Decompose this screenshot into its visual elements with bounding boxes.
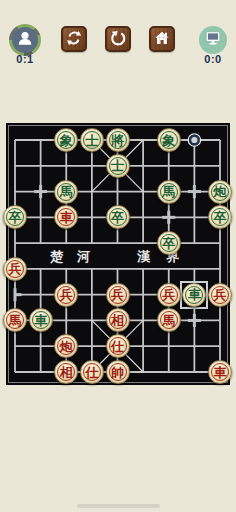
xiangqi-piece-green-馬[interactable]: 馬 bbox=[157, 180, 181, 204]
swap-sides-button[interactable] bbox=[61, 26, 87, 52]
piece-character: 馬 bbox=[158, 309, 180, 331]
piece-character: 車 bbox=[30, 309, 52, 331]
xiangqi-piece-green-象[interactable]: 象 bbox=[157, 128, 181, 152]
svg-text:河: 河 bbox=[76, 249, 90, 264]
piece-character: 卒 bbox=[4, 206, 26, 228]
piece-character: 象 bbox=[158, 129, 180, 151]
person-icon bbox=[15, 28, 35, 52]
xiangqi-piece-red-帥[interactable]: 帥 bbox=[106, 360, 130, 384]
piece-character: 馬 bbox=[4, 309, 26, 331]
home-button[interactable] bbox=[149, 26, 175, 52]
piece-character: 車 bbox=[183, 284, 205, 306]
xiangqi-board[interactable]: 楚河漢界象士將象士馬馬炮卒車卒卒卒兵兵兵兵車兵馬車相馬炮仕相仕帥車 bbox=[6, 123, 230, 385]
player-avatar[interactable] bbox=[9, 24, 41, 56]
home-icon bbox=[153, 29, 171, 50]
xiangqi-piece-red-炮[interactable]: 炮 bbox=[54, 334, 78, 358]
xiangqi-piece-red-兵[interactable]: 兵 bbox=[106, 283, 130, 307]
ai-avatar[interactable] bbox=[199, 26, 227, 54]
sync-arrows-icon bbox=[65, 29, 83, 50]
xiangqi-piece-green-卒[interactable]: 卒 bbox=[3, 205, 27, 229]
xiangqi-piece-red-相[interactable]: 相 bbox=[54, 360, 78, 384]
xiangqi-piece-green-象[interactable]: 象 bbox=[54, 128, 78, 152]
xiangqi-app: 0:1 bbox=[0, 0, 236, 512]
computer-icon bbox=[203, 28, 223, 52]
piece-character: 馬 bbox=[55, 181, 77, 203]
piece-character: 馬 bbox=[158, 181, 180, 203]
piece-character: 車 bbox=[55, 206, 77, 228]
ai-score: 0:0 bbox=[188, 53, 236, 65]
xiangqi-piece-green-卒[interactable]: 卒 bbox=[208, 205, 232, 229]
xiangqi-piece-green-車[interactable]: 車 bbox=[29, 308, 53, 332]
undo-arrow-icon bbox=[109, 29, 127, 50]
piece-character: 卒 bbox=[107, 206, 129, 228]
piece-character: 將 bbox=[107, 129, 129, 151]
xiangqi-piece-red-馬[interactable]: 馬 bbox=[157, 308, 181, 332]
piece-character: 仕 bbox=[107, 335, 129, 357]
piece-character: 兵 bbox=[4, 258, 26, 280]
piece-character: 象 bbox=[55, 129, 77, 151]
piece-character: 兵 bbox=[107, 284, 129, 306]
player-avatar-circle bbox=[12, 27, 38, 53]
xiangqi-piece-red-仕[interactable]: 仕 bbox=[80, 360, 104, 384]
xiangqi-piece-green-車[interactable]: 車 bbox=[182, 283, 206, 307]
piece-character: 士 bbox=[107, 155, 129, 177]
xiangqi-piece-green-馬[interactable]: 馬 bbox=[54, 180, 78, 204]
xiangqi-piece-green-炮[interactable]: 炮 bbox=[208, 180, 232, 204]
xiangqi-piece-green-士[interactable]: 士 bbox=[106, 154, 130, 178]
undo-button[interactable] bbox=[105, 26, 131, 52]
svg-text:漢: 漢 bbox=[137, 249, 151, 264]
piece-character: 兵 bbox=[209, 284, 231, 306]
xiangqi-piece-red-兵[interactable]: 兵 bbox=[157, 283, 181, 307]
xiangqi-piece-green-卒[interactable]: 卒 bbox=[106, 205, 130, 229]
piece-character: 炮 bbox=[209, 181, 231, 203]
piece-character: 相 bbox=[107, 309, 129, 331]
xiangqi-piece-red-兵[interactable]: 兵 bbox=[3, 257, 27, 281]
xiangqi-piece-red-兵[interactable]: 兵 bbox=[208, 283, 232, 307]
xiangqi-piece-red-仕[interactable]: 仕 bbox=[106, 334, 130, 358]
piece-character: 仕 bbox=[81, 361, 103, 383]
piece-character: 兵 bbox=[158, 284, 180, 306]
xiangqi-piece-green-士[interactable]: 士 bbox=[80, 128, 104, 152]
xiangqi-piece-green-卒[interactable]: 卒 bbox=[157, 231, 181, 255]
piece-character: 卒 bbox=[158, 232, 180, 254]
xiangqi-piece-red-兵[interactable]: 兵 bbox=[54, 283, 78, 307]
player-score: 0:1 bbox=[0, 53, 50, 65]
piece-character: 炮 bbox=[55, 335, 77, 357]
piece-character: 卒 bbox=[209, 206, 231, 228]
svg-text:楚: 楚 bbox=[49, 249, 64, 264]
xiangqi-piece-red-車[interactable]: 車 bbox=[208, 360, 232, 384]
home-indicator-bar bbox=[77, 504, 160, 508]
piece-character: 相 bbox=[55, 361, 77, 383]
piece-character: 帥 bbox=[107, 361, 129, 383]
piece-character: 士 bbox=[81, 129, 103, 151]
xiangqi-piece-red-車[interactable]: 車 bbox=[54, 205, 78, 229]
piece-character: 兵 bbox=[55, 284, 77, 306]
piece-character: 車 bbox=[209, 361, 231, 383]
xiangqi-piece-red-相[interactable]: 相 bbox=[106, 308, 130, 332]
xiangqi-piece-red-馬[interactable]: 馬 bbox=[3, 308, 27, 332]
xiangqi-piece-green-將[interactable]: 將 bbox=[106, 128, 130, 152]
